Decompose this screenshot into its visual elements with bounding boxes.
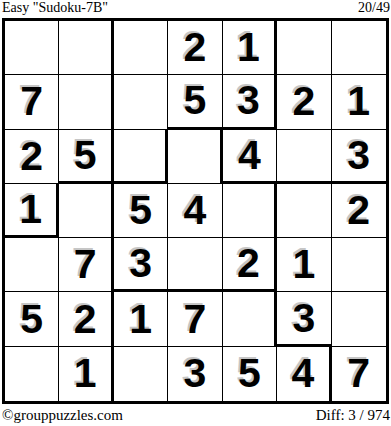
cell-r6c6-given: 3 [277,292,331,346]
cell-r4c4-given: 4 [168,184,222,238]
cell-r3c2-given: 5 [59,130,113,184]
cell-r2c4-given: 5 [168,75,222,129]
cell-r7c5-given: 5 [223,347,277,401]
cell-r6c7-empty[interactable] [332,292,386,346]
page-number: 20/49 [358,0,390,16]
cell-r7c3-empty[interactable] [114,347,168,401]
cell-r3c4-empty[interactable] [168,130,222,184]
cell-r6c5-empty[interactable] [223,292,277,346]
cell-r5c7-empty[interactable] [332,238,386,292]
cell-r5c6-given: 1 [277,238,331,292]
cell-r4c7-given: 2 [332,184,386,238]
cell-r7c6-given: 4 [277,347,331,401]
cell-r5c3-given: 3 [114,238,168,292]
cell-r3c5-given: 4 [223,130,277,184]
cell-r2c3-empty[interactable] [114,75,168,129]
cell-r1c4-given: 2 [168,21,222,75]
cell-r6c2-given: 2 [59,292,113,346]
cell-r6c3-given: 1 [114,292,168,346]
cell-r1c3-empty[interactable] [114,21,168,75]
cell-r1c5-given: 1 [223,21,277,75]
cell-r5c5-given: 2 [223,238,277,292]
copyright-text: ©grouppuzzles.com [2,407,123,424]
cell-r6c1-given: 5 [5,292,59,346]
cell-r4c3-given: 5 [114,184,168,238]
cell-r4c6-empty[interactable] [277,184,331,238]
cell-r4c2-empty[interactable] [59,184,113,238]
header: Easy "Sudoku-7B" 20/49 [2,0,390,17]
cell-r7c7-given: 7 [332,347,386,401]
cell-r2c6-given: 2 [277,75,331,129]
cell-r5c2-given: 7 [59,238,113,292]
cell-r6c4-given: 7 [168,292,222,346]
puzzle-title: Easy "Sudoku-7B" [2,0,108,16]
cell-r1c6-empty[interactable] [277,21,331,75]
cell-r7c4-given: 3 [168,347,222,401]
cell-r7c1-empty[interactable] [5,347,59,401]
cell-r7c2-given: 1 [59,347,113,401]
puzzle-page: Easy "Sudoku-7B" 20/49 21753212543154273… [0,0,391,426]
cell-r5c1-empty[interactable] [5,238,59,292]
footer: ©grouppuzzles.com Diff: 3 / 974 [2,406,390,424]
cell-r5c4-empty[interactable] [168,238,222,292]
cell-r2c2-empty[interactable] [59,75,113,129]
cell-r2c5-given: 3 [223,75,277,129]
cell-r1c7-empty[interactable] [332,21,386,75]
cell-r4c5-empty[interactable] [223,184,277,238]
cell-r3c1-given: 2 [5,130,59,184]
sudoku-board: 21753212543154273215217313547 [2,18,389,404]
cell-r3c3-empty[interactable] [114,130,168,184]
cell-r4c1-given: 1 [5,184,59,238]
cell-r2c7-given: 1 [332,75,386,129]
cell-r1c1-empty[interactable] [5,21,59,75]
cell-r2c1-given: 7 [5,75,59,129]
cell-r3c6-empty[interactable] [277,130,331,184]
cell-r3c7-given: 3 [332,130,386,184]
cell-r1c2-empty[interactable] [59,21,113,75]
difficulty-text: Diff: 3 / 974 [316,407,390,424]
